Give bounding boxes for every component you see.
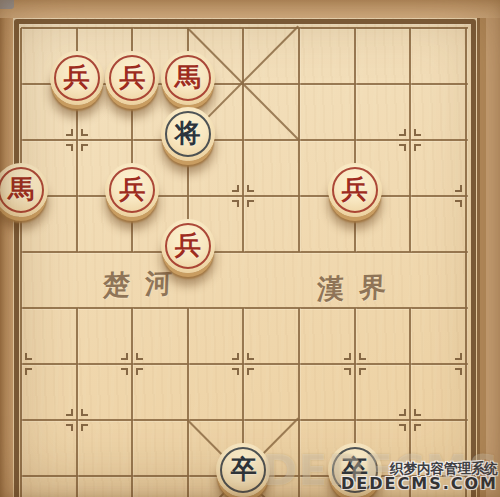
- red-soldier-c7-glyph: 兵: [105, 163, 159, 217]
- red-soldier-d6[interactable]: 兵: [161, 219, 215, 273]
- red-soldier-c7[interactable]: 兵: [105, 163, 159, 217]
- black-general-d8-glyph: 将: [161, 107, 215, 161]
- red-soldier-g7-glyph: 兵: [328, 163, 382, 217]
- red-horse-a7[interactable]: 馬: [0, 163, 48, 217]
- black-general-d8[interactable]: 将: [161, 107, 215, 161]
- pieces-layer: 兵兵馬将馬兵兵兵卒卒: [0, 0, 500, 497]
- red-soldier-b9[interactable]: 兵: [50, 51, 104, 105]
- xiangqi-screen: 楚河 漢界 兵兵馬将馬兵兵兵卒卒 DEDECMS 织梦内容管理系统 DEDECM…: [0, 0, 500, 497]
- red-soldier-c9-glyph: 兵: [105, 51, 159, 105]
- red-soldier-c9[interactable]: 兵: [105, 51, 159, 105]
- red-soldier-b9-glyph: 兵: [50, 51, 104, 105]
- red-horse-d9[interactable]: 馬: [161, 51, 215, 105]
- red-horse-a7-glyph: 馬: [0, 163, 48, 217]
- red-soldier-g7[interactable]: 兵: [328, 163, 382, 217]
- corner-chip: [0, 0, 14, 9]
- watermark-ghost: DEDECMS: [263, 446, 500, 495]
- red-soldier-d6-glyph: 兵: [161, 219, 215, 273]
- red-horse-d9-glyph: 馬: [161, 51, 215, 105]
